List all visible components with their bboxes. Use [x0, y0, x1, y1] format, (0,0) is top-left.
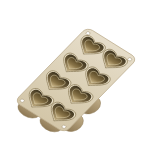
mold-photo-canvas — [0, 0, 150, 150]
product-photo — [0, 0, 150, 150]
silicone-mold — [10, 27, 144, 142]
